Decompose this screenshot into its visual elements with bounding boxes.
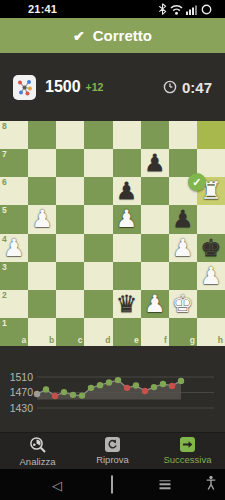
status-bar: 21:41 — [0, 0, 225, 18]
square-f2[interactable]: ♟ — [141, 290, 169, 318]
black-pawn-e6[interactable]: ♟ — [113, 177, 141, 205]
next-label: Successiva — [163, 454, 211, 465]
square-d5[interactable] — [84, 205, 112, 233]
square-c3[interactable] — [56, 262, 84, 290]
rating-point-win — [160, 381, 166, 387]
file-label-g: g — [190, 336, 195, 345]
black-king-h4[interactable]: ♚ — [197, 234, 225, 262]
square-h8[interactable] — [197, 121, 225, 149]
rating-point-win — [97, 382, 103, 388]
square-b7[interactable] — [28, 149, 56, 177]
white-pawn-a4[interactable]: ♟ — [0, 234, 28, 262]
square-e5[interactable]: ♟ — [113, 205, 141, 233]
square-d6[interactable] — [84, 177, 112, 205]
square-a4[interactable]: 4♟ — [0, 234, 28, 262]
black-pawn-f7[interactable]: ♟ — [141, 149, 169, 177]
rank-label-5: 5 — [2, 206, 7, 215]
puzzle-rating-value: 1500 — [45, 78, 81, 96]
bottom-nav: Analizza Riprova Successiva — [0, 432, 225, 469]
file-label-e: e — [134, 336, 139, 345]
square-c2[interactable] — [56, 290, 84, 318]
square-h1[interactable]: h — [197, 318, 225, 346]
square-g5[interactable]: ♟ — [169, 205, 197, 233]
white-pawn-g4[interactable]: ♟ — [169, 234, 197, 262]
black-queen-e2[interactable]: ♛ — [113, 290, 141, 318]
square-f1[interactable]: f — [141, 318, 169, 346]
rank-label-3: 3 — [2, 263, 7, 272]
square-g3[interactable] — [169, 262, 197, 290]
timer-value: 0:47 — [182, 79, 212, 96]
puzzle-rating-icon — [13, 75, 36, 100]
rating-chart: 151014701430 — [0, 346, 225, 432]
square-h5[interactable] — [197, 205, 225, 233]
svg-text:1510: 1510 — [10, 371, 34, 383]
rank-label-2: 2 — [2, 291, 7, 300]
rating-point-win — [70, 392, 76, 398]
square-a1[interactable]: 1a — [0, 318, 28, 346]
analyze-icon — [29, 436, 47, 454]
android-back-button[interactable]: ◁ — [52, 478, 62, 491]
square-h2[interactable] — [197, 290, 225, 318]
file-label-d: d — [105, 336, 110, 345]
square-e1[interactable]: e — [113, 318, 141, 346]
square-d3[interactable] — [84, 262, 112, 290]
square-a2[interactable]: 2 — [0, 290, 28, 318]
analyze-label: Analizza — [20, 456, 56, 467]
file-label-c: c — [78, 336, 83, 345]
square-b6[interactable] — [28, 177, 56, 205]
white-pawn-b5[interactable]: ♟ — [28, 205, 56, 233]
next-icon — [180, 437, 195, 452]
square-e2[interactable]: ♛ — [113, 290, 141, 318]
analyze-button[interactable]: Analizza — [0, 433, 75, 469]
square-a3[interactable]: 3 — [0, 262, 28, 290]
clock-time: 21:41 — [28, 3, 57, 15]
square-a6[interactable]: 6 — [0, 177, 28, 205]
square-b5[interactable]: ♟ — [28, 205, 56, 233]
accessibility-icon[interactable] — [206, 475, 216, 494]
square-c4[interactable] — [56, 234, 84, 262]
rating-bar: 1500 +12 0:47 — [0, 53, 225, 121]
square-g2[interactable]: ♚ — [169, 290, 197, 318]
square-h3[interactable]: ♟ — [197, 262, 225, 290]
retry-button[interactable]: Riprova — [75, 433, 150, 469]
correct-move-badge: ✓ — [188, 173, 206, 191]
rating-point-win — [178, 378, 184, 384]
white-pawn-f2[interactable]: ♟ — [141, 290, 169, 318]
square-f6[interactable] — [141, 177, 169, 205]
rating-point-loss — [124, 385, 130, 391]
square-g1[interactable]: g — [169, 318, 197, 346]
white-pawn-h3[interactable]: ♟ — [197, 262, 225, 290]
rank-label-7: 7 — [2, 150, 7, 159]
white-pawn-e5[interactable]: ♟ — [113, 205, 141, 233]
rating-point-win — [133, 382, 139, 388]
rating-point-win — [115, 377, 121, 383]
rating-point-win — [43, 386, 49, 392]
square-b2[interactable] — [28, 290, 56, 318]
chess-board: 87♟6♟♜5♟♟♟4♟♟♚3♟2♛♟♚1abcdefgh✓ — [0, 121, 225, 346]
square-c5[interactable] — [56, 205, 84, 233]
rank-label-1: 1 — [2, 319, 7, 328]
timer-icon — [163, 80, 177, 94]
rating-point-win — [151, 384, 157, 390]
svg-text:1470: 1470 — [10, 386, 34, 398]
square-f3[interactable] — [141, 262, 169, 290]
square-f4[interactable] — [141, 234, 169, 262]
square-h4[interactable]: ♚ — [197, 234, 225, 262]
signal-icon — [186, 4, 198, 15]
retry-label: Riprova — [96, 454, 129, 465]
rating-point-loss — [169, 383, 175, 389]
square-c1[interactable]: c — [56, 318, 84, 346]
app-screen: 21:41 ✔ Corretto — [0, 0, 225, 500]
square-g4[interactable]: ♟ — [169, 234, 197, 262]
black-pawn-g5[interactable]: ♟ — [169, 205, 197, 233]
square-f7[interactable]: ♟ — [141, 149, 169, 177]
square-b1[interactable]: b — [28, 318, 56, 346]
rating-point-win — [106, 379, 112, 385]
file-label-b: b — [49, 336, 54, 345]
wifi-icon — [170, 4, 183, 15]
square-a5[interactable]: 5 — [0, 205, 28, 233]
rating-delta: +12 — [86, 81, 104, 93]
square-b8[interactable] — [28, 121, 56, 149]
square-b3[interactable] — [28, 262, 56, 290]
square-c8[interactable] — [56, 121, 84, 149]
check-icon: ✔ — [73, 28, 85, 44]
bluetooth-icon — [158, 3, 167, 15]
status-icons — [158, 3, 212, 15]
android-home-button[interactable] — [111, 476, 113, 494]
file-label-f: f — [164, 336, 167, 345]
svg-text:1430: 1430 — [10, 402, 34, 414]
rating-point-win — [79, 392, 85, 398]
square-d4[interactable] — [84, 234, 112, 262]
file-label-a: a — [21, 336, 26, 345]
square-e7[interactable] — [113, 149, 141, 177]
rating-point-loss — [52, 393, 58, 399]
rank-label-8: 8 — [2, 122, 7, 131]
square-d8[interactable] — [84, 121, 112, 149]
white-king-g2[interactable]: ♚ — [169, 290, 197, 318]
square-e6[interactable]: ♟ — [113, 177, 141, 205]
retry-icon — [105, 437, 120, 452]
square-e8[interactable] — [113, 121, 141, 149]
next-puzzle-button[interactable]: Successiva — [150, 433, 225, 469]
square-d1[interactable]: d — [84, 318, 112, 346]
android-nav-bar: ◁ — [0, 469, 225, 500]
rating-point-win — [61, 389, 67, 395]
rating-point-win — [88, 385, 94, 391]
square-d7[interactable] — [84, 149, 112, 177]
square-a8[interactable]: 8 — [0, 121, 28, 149]
square-c6[interactable] — [56, 177, 84, 205]
banner-label: Corretto — [93, 27, 152, 44]
square-g8[interactable] — [169, 121, 197, 149]
square-f8[interactable] — [141, 121, 169, 149]
file-label-h: h — [218, 336, 223, 345]
square-d2[interactable] — [84, 290, 112, 318]
square-e4[interactable] — [113, 234, 141, 262]
square-c7[interactable] — [56, 149, 84, 177]
rating-point-start — [34, 391, 40, 397]
rating-point-loss — [142, 388, 148, 394]
square-b4[interactable] — [28, 234, 56, 262]
android-recents-button[interactable] — [160, 480, 171, 489]
square-e3[interactable] — [113, 262, 141, 290]
correct-banner: ✔ Corretto — [0, 18, 225, 53]
square-f5[interactable] — [141, 205, 169, 233]
rank-label-6: 6 — [2, 178, 7, 187]
square-a7[interactable]: 7 — [0, 149, 28, 177]
battery-icon — [201, 4, 212, 15]
